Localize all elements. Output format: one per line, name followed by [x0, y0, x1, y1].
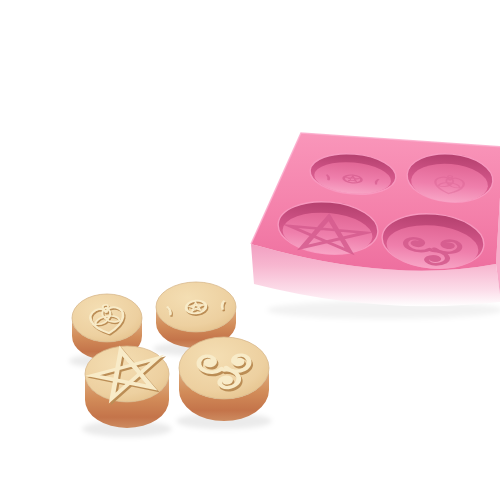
product-photo: Pink four-cavity round silicone soap mol…	[40, 16, 500, 500]
product-photo-canvas: Pink four-cavity round silicone soap mol…	[40, 16, 500, 500]
soap-mold	[251, 133, 500, 319]
soap-triskele	[176, 337, 272, 429]
soap-pentagram	[82, 342, 172, 437]
